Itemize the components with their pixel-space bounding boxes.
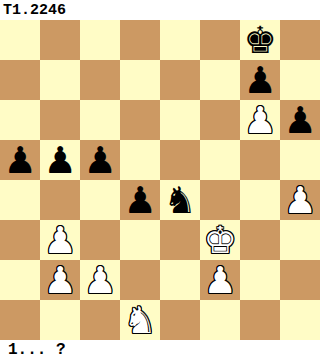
square-g6[interactable]: ♟	[240, 100, 280, 140]
square-d3[interactable]	[120, 220, 160, 260]
piece-black-pawn[interactable]: ♟	[283, 102, 316, 139]
square-h3[interactable]	[280, 220, 320, 260]
square-e2[interactable]	[160, 260, 200, 300]
square-c8[interactable]	[80, 20, 120, 60]
square-e7[interactable]	[160, 60, 200, 100]
square-e3[interactable]	[160, 220, 200, 260]
square-e6[interactable]	[160, 100, 200, 140]
square-a8[interactable]	[0, 20, 40, 60]
square-c4[interactable]	[80, 180, 120, 220]
square-h1[interactable]	[280, 300, 320, 340]
square-f7[interactable]	[200, 60, 240, 100]
square-c5[interactable]: ♟	[80, 140, 120, 180]
square-a3[interactable]	[0, 220, 40, 260]
square-h6[interactable]: ♟	[280, 100, 320, 140]
square-c2[interactable]: ♟	[80, 260, 120, 300]
square-h8[interactable]	[280, 20, 320, 60]
piece-white-knight[interactable]: ♞	[123, 302, 156, 339]
square-c6[interactable]	[80, 100, 120, 140]
piece-white-pawn[interactable]: ♟	[83, 262, 116, 299]
piece-white-pawn[interactable]: ♟	[43, 222, 76, 259]
square-f6[interactable]	[200, 100, 240, 140]
square-f1[interactable]	[200, 300, 240, 340]
piece-white-king[interactable]: ♚	[203, 222, 236, 259]
piece-black-pawn[interactable]: ♟	[43, 142, 76, 179]
square-e1[interactable]	[160, 300, 200, 340]
piece-white-pawn[interactable]: ♟	[283, 182, 316, 219]
square-b4[interactable]	[40, 180, 80, 220]
piece-black-pawn[interactable]: ♟	[123, 182, 156, 219]
square-d5[interactable]	[120, 140, 160, 180]
square-h2[interactable]	[280, 260, 320, 300]
square-h4[interactable]: ♟	[280, 180, 320, 220]
square-a1[interactable]	[0, 300, 40, 340]
square-g5[interactable]	[240, 140, 280, 180]
square-c7[interactable]	[80, 60, 120, 100]
square-h5[interactable]	[280, 140, 320, 180]
square-a4[interactable]	[0, 180, 40, 220]
square-f2[interactable]: ♟	[200, 260, 240, 300]
square-d8[interactable]	[120, 20, 160, 60]
square-a5[interactable]: ♟	[0, 140, 40, 180]
square-b8[interactable]	[40, 20, 80, 60]
square-g8[interactable]: ♚	[240, 20, 280, 60]
square-b2[interactable]: ♟	[40, 260, 80, 300]
piece-black-pawn[interactable]: ♟	[3, 142, 36, 179]
square-g4[interactable]	[240, 180, 280, 220]
square-d1[interactable]: ♞	[120, 300, 160, 340]
square-a7[interactable]	[0, 60, 40, 100]
square-d6[interactable]	[120, 100, 160, 140]
square-h7[interactable]	[280, 60, 320, 100]
square-f3[interactable]: ♚	[200, 220, 240, 260]
square-e4[interactable]: ♞	[160, 180, 200, 220]
square-b6[interactable]	[40, 100, 80, 140]
square-c3[interactable]	[80, 220, 120, 260]
square-f8[interactable]	[200, 20, 240, 60]
square-f4[interactable]	[200, 180, 240, 220]
piece-white-pawn[interactable]: ♟	[243, 102, 276, 139]
piece-black-knight[interactable]: ♞	[163, 182, 196, 219]
square-e5[interactable]	[160, 140, 200, 180]
square-d4[interactable]: ♟	[120, 180, 160, 220]
piece-white-pawn[interactable]: ♟	[203, 262, 236, 299]
puzzle-title: T1.2246	[0, 0, 320, 20]
move-prompt: 1... ?	[0, 340, 320, 360]
square-g1[interactable]	[240, 300, 280, 340]
piece-black-king[interactable]: ♚	[243, 22, 276, 59]
square-a2[interactable]	[0, 260, 40, 300]
piece-white-pawn[interactable]: ♟	[43, 262, 76, 299]
square-g2[interactable]	[240, 260, 280, 300]
piece-black-pawn[interactable]: ♟	[243, 62, 276, 99]
square-c1[interactable]	[80, 300, 120, 340]
square-g3[interactable]	[240, 220, 280, 260]
chess-puzzle-window: T1.2246 ♚♟♟♟♟♟♟♟♞♟♟♚♟♟♟♞ 1... ?	[0, 0, 320, 360]
square-b1[interactable]	[40, 300, 80, 340]
piece-black-pawn[interactable]: ♟	[83, 142, 116, 179]
square-a6[interactable]	[0, 100, 40, 140]
square-g7[interactable]: ♟	[240, 60, 280, 100]
square-f5[interactable]	[200, 140, 240, 180]
square-b3[interactable]: ♟	[40, 220, 80, 260]
square-b5[interactable]: ♟	[40, 140, 80, 180]
square-e8[interactable]	[160, 20, 200, 60]
chess-board: ♚♟♟♟♟♟♟♟♞♟♟♚♟♟♟♞	[0, 20, 320, 340]
square-d2[interactable]	[120, 260, 160, 300]
square-b7[interactable]	[40, 60, 80, 100]
square-d7[interactable]	[120, 60, 160, 100]
